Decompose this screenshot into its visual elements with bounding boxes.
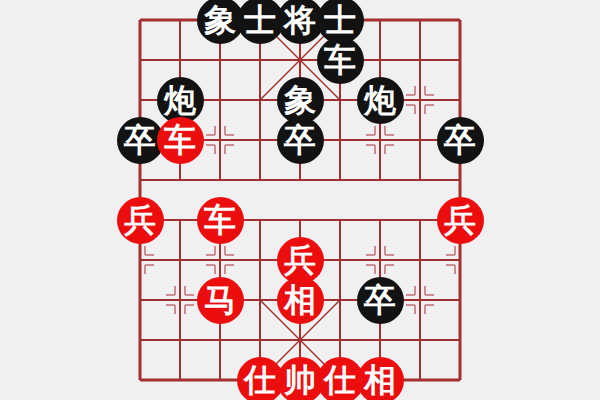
xiangqi-board-screen: 象士将士车炮象炮卒车卒卒兵车兵兵马相卒仕帅仕相	[0, 0, 600, 400]
piece-black-soldier[interactable]: 卒	[277, 117, 324, 164]
piece-red-elephant[interactable]: 相	[277, 277, 324, 324]
piece-black-soldier[interactable]: 卒	[437, 117, 484, 164]
piece-red-chariot[interactable]: 车	[197, 197, 244, 244]
piece-red-soldier[interactable]: 兵	[437, 197, 484, 244]
piece-red-horse[interactable]: 马	[197, 277, 244, 324]
piece-red-elephant[interactable]: 相	[357, 357, 404, 400]
piece-black-cannon[interactable]: 炮	[357, 77, 404, 124]
piece-red-soldier[interactable]: 兵	[117, 197, 164, 244]
pieces-layer: 象士将士车炮象炮卒车卒卒兵车兵兵马相卒仕帅仕相	[0, 0, 600, 400]
piece-black-chariot[interactable]: 车	[317, 37, 364, 84]
piece-black-soldier[interactable]: 卒	[357, 277, 404, 324]
piece-red-chariot[interactable]: 车	[157, 117, 204, 164]
